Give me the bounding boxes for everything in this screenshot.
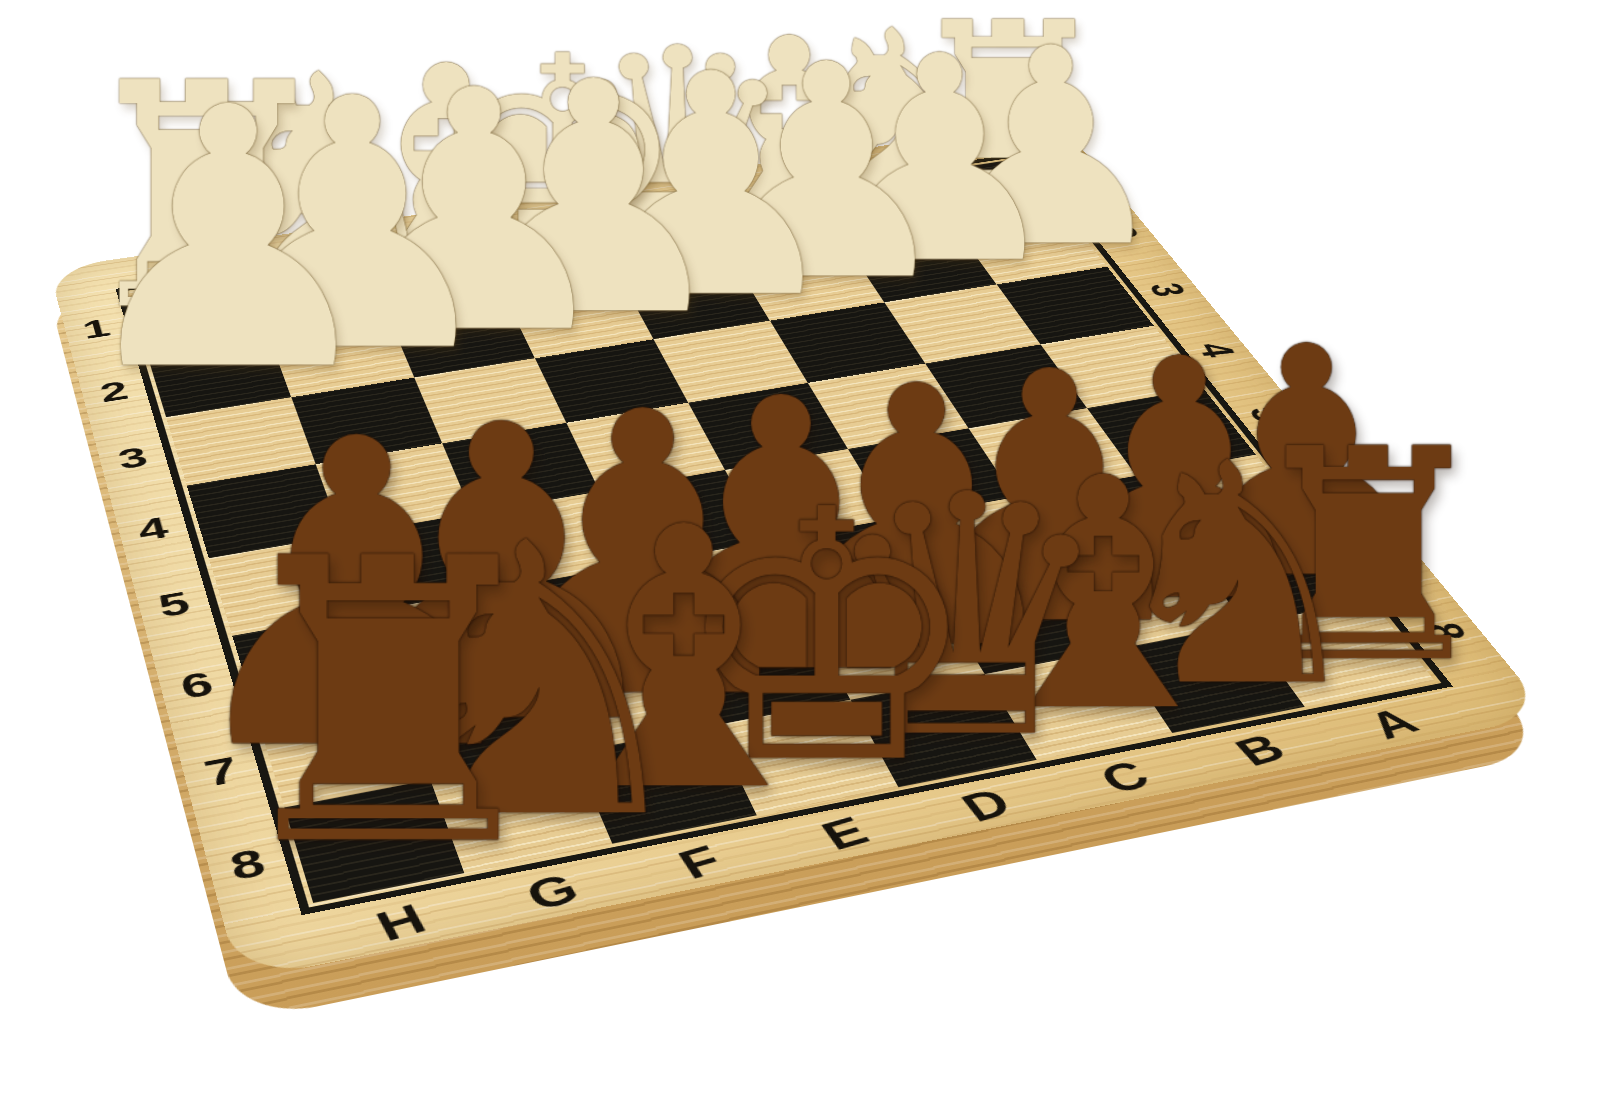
playing-area: ♜♞♝♚♛♝♞♜♟♟♟♟♟♟♟♟♟♟♟♟♟♟♟♟♜♞♝♚♛♝♞♜ [116,152,1453,915]
black-rook[interactable]: ♜ [213,525,564,885]
board-tilt-wrapper: 12345678 2345678 HGFEDCBA ♜♞♝♚♛♝♞♜♟♟♟♟♟♟… [49,120,1550,981]
square-h8[interactable]: ♜ [284,780,464,903]
chess-set-photo: 12345678 2345678 HGFEDCBA ♜♞♝♚♛♝♞♜♟♟♟♟♟♟… [0,0,1604,1100]
wooden-chess-board: 12345678 2345678 HGFEDCBA ♜♞♝♚♛♝♞♜♟♟♟♟♟♟… [49,120,1550,981]
board-grid: ♜♞♝♚♛♝♞♜♟♟♟♟♟♟♟♟♟♟♟♟♟♟♟♟♜♞♝♚♛♝♞♜ [128,158,1434,903]
